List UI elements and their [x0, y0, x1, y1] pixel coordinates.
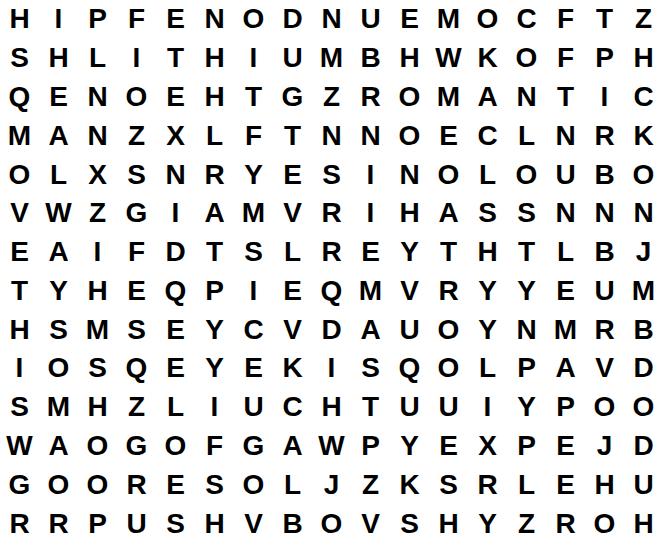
grid-cell[interactable]: S — [117, 155, 156, 194]
grid-cell[interactable]: N — [585, 194, 624, 233]
grid-cell[interactable]: S — [39, 310, 78, 349]
grid-cell[interactable]: Q — [156, 271, 195, 310]
grid-cell[interactable]: Q — [0, 78, 39, 117]
grid-cell[interactable]: I — [234, 271, 273, 310]
grid-cell[interactable]: E — [0, 233, 39, 272]
grid-cell[interactable]: E — [429, 427, 468, 466]
grid-cell[interactable]: S — [429, 465, 468, 504]
grid-cell[interactable]: L — [507, 116, 546, 155]
grid-cell[interactable]: R — [312, 194, 351, 233]
grid-cell[interactable]: N — [78, 78, 117, 117]
grid-cell[interactable]: K — [390, 465, 429, 504]
grid-cell[interactable]: H — [78, 271, 117, 310]
grid-cell[interactable]: N — [312, 116, 351, 155]
grid-cell[interactable]: I — [585, 78, 624, 117]
grid-cell[interactable]: O — [585, 388, 624, 427]
grid-cell[interactable]: N — [156, 155, 195, 194]
grid-cell[interactable]: C — [468, 116, 507, 155]
grid-cell[interactable]: S — [468, 194, 507, 233]
grid-cell[interactable]: C — [234, 310, 273, 349]
grid-cell[interactable]: E — [156, 465, 195, 504]
grid-cell[interactable]: I — [234, 39, 273, 78]
grid-cell[interactable]: R — [468, 465, 507, 504]
grid-cell[interactable]: H — [0, 0, 39, 39]
grid-cell[interactable]: Z — [624, 0, 663, 39]
grid-cell[interactable]: L — [78, 39, 117, 78]
grid-cell[interactable]: P — [507, 427, 546, 466]
grid-cell[interactable]: E — [273, 155, 312, 194]
grid-cell[interactable]: M — [312, 39, 351, 78]
grid-cell[interactable]: E — [546, 427, 585, 466]
grid-cell[interactable]: U — [273, 39, 312, 78]
grid-cell[interactable]: N — [195, 0, 234, 39]
grid-cell[interactable]: I — [351, 155, 390, 194]
grid-cell[interactable]: K — [273, 349, 312, 388]
grid-cell[interactable]: R — [429, 271, 468, 310]
grid-cell[interactable]: M — [429, 78, 468, 117]
grid-cell[interactable]: V — [585, 349, 624, 388]
grid-cell[interactable]: V — [0, 194, 39, 233]
grid-cell[interactable]: N — [546, 116, 585, 155]
grid-cell[interactable]: X — [156, 116, 195, 155]
grid-cell[interactable]: E — [156, 310, 195, 349]
grid-cell[interactable]: X — [468, 427, 507, 466]
grid-cell[interactable]: R — [0, 504, 39, 543]
grid-cell[interactable]: M — [234, 194, 273, 233]
grid-cell[interactable]: U — [546, 155, 585, 194]
grid-cell[interactable]: T — [0, 271, 39, 310]
grid-cell[interactable]: S — [195, 465, 234, 504]
grid-cell[interactable]: L — [468, 349, 507, 388]
grid-cell[interactable]: U — [429, 388, 468, 427]
grid-cell[interactable]: A — [429, 194, 468, 233]
grid-cell[interactable]: F — [546, 39, 585, 78]
grid-cell[interactable]: Z — [117, 116, 156, 155]
grid-cell[interactable]: O — [156, 427, 195, 466]
grid-cell[interactable]: I — [117, 39, 156, 78]
grid-cell[interactable]: R — [195, 155, 234, 194]
grid-cell[interactable]: Y — [234, 155, 273, 194]
grid-cell[interactable]: O — [39, 349, 78, 388]
grid-cell[interactable]: V — [273, 194, 312, 233]
grid-cell[interactable]: G — [234, 427, 273, 466]
grid-cell[interactable]: L — [273, 465, 312, 504]
grid-cell[interactable]: S — [78, 349, 117, 388]
grid-cell[interactable]: O — [39, 465, 78, 504]
grid-cell[interactable]: D — [624, 349, 663, 388]
grid-cell[interactable]: I — [195, 388, 234, 427]
grid-cell[interactable]: P — [78, 0, 117, 39]
grid-cell[interactable]: U — [390, 310, 429, 349]
grid-cell[interactable]: B — [273, 504, 312, 543]
grid-cell[interactable]: N — [624, 194, 663, 233]
grid-cell[interactable]: O — [507, 155, 546, 194]
grid-cell[interactable]: T — [195, 233, 234, 272]
grid-cell[interactable]: Y — [390, 427, 429, 466]
grid-cell[interactable]: O — [78, 465, 117, 504]
grid-cell[interactable]: E — [351, 233, 390, 272]
grid-cell[interactable]: M — [351, 271, 390, 310]
grid-cell[interactable]: O — [624, 388, 663, 427]
grid-cell[interactable]: A — [546, 349, 585, 388]
grid-cell[interactable]: M — [624, 271, 663, 310]
grid-cell[interactable]: T — [351, 388, 390, 427]
grid-cell[interactable]: D — [156, 233, 195, 272]
grid-cell[interactable]: E — [117, 271, 156, 310]
grid-cell[interactable]: E — [546, 271, 585, 310]
grid-cell[interactable]: C — [507, 0, 546, 39]
grid-cell[interactable]: S — [117, 310, 156, 349]
grid-cell[interactable]: Z — [78, 194, 117, 233]
grid-cell[interactable]: H — [390, 39, 429, 78]
grid-cell[interactable]: S — [312, 155, 351, 194]
grid-cell[interactable]: N — [351, 116, 390, 155]
grid-cell[interactable]: F — [117, 233, 156, 272]
grid-cell[interactable]: Y — [468, 310, 507, 349]
grid-cell[interactable]: T — [507, 233, 546, 272]
grid-cell[interactable]: O — [390, 78, 429, 117]
grid-cell[interactable]: L — [39, 155, 78, 194]
grid-cell[interactable]: Y — [468, 504, 507, 543]
grid-cell[interactable]: O — [390, 116, 429, 155]
grid-cell[interactable]: H — [195, 504, 234, 543]
grid-cell[interactable]: S — [156, 504, 195, 543]
grid-cell[interactable]: Y — [195, 349, 234, 388]
grid-cell[interactable]: V — [273, 310, 312, 349]
grid-cell[interactable]: O — [429, 349, 468, 388]
grid-cell[interactable]: M — [0, 116, 39, 155]
grid-cell[interactable]: C — [624, 78, 663, 117]
grid-cell[interactable]: D — [273, 0, 312, 39]
grid-cell[interactable]: O — [507, 39, 546, 78]
grid-cell[interactable]: V — [390, 271, 429, 310]
grid-cell[interactable]: N — [546, 194, 585, 233]
grid-cell[interactable]: W — [312, 427, 351, 466]
grid-cell[interactable]: S — [507, 194, 546, 233]
grid-cell[interactable]: K — [624, 116, 663, 155]
grid-cell[interactable]: U — [234, 388, 273, 427]
grid-cell[interactable]: O — [0, 155, 39, 194]
grid-cell[interactable]: J — [585, 427, 624, 466]
grid-cell[interactable]: I — [39, 0, 78, 39]
grid-cell[interactable]: O — [429, 155, 468, 194]
grid-cell[interactable]: B — [585, 155, 624, 194]
grid-cell[interactable]: H — [39, 39, 78, 78]
grid-cell[interactable]: H — [0, 310, 39, 349]
grid-cell[interactable]: O — [585, 504, 624, 543]
grid-cell[interactable]: E — [234, 349, 273, 388]
grid-cell[interactable]: R — [312, 233, 351, 272]
grid-cell[interactable]: J — [312, 465, 351, 504]
grid-cell[interactable]: P — [78, 504, 117, 543]
grid-cell[interactable]: G — [117, 194, 156, 233]
grid-cell[interactable]: O — [429, 310, 468, 349]
grid-cell[interactable]: E — [546, 465, 585, 504]
grid-cell[interactable]: R — [117, 465, 156, 504]
grid-cell[interactable]: P — [585, 39, 624, 78]
grid-cell[interactable]: R — [546, 504, 585, 543]
grid-cell[interactable]: S — [351, 349, 390, 388]
grid-cell[interactable]: P — [546, 388, 585, 427]
grid-cell[interactable]: T — [585, 0, 624, 39]
grid-cell[interactable]: W — [39, 194, 78, 233]
grid-cell[interactable]: A — [195, 194, 234, 233]
grid-cell[interactable]: K — [468, 39, 507, 78]
grid-cell[interactable]: H — [195, 39, 234, 78]
grid-cell[interactable]: Y — [390, 233, 429, 272]
word-search-board: HIPFENODNUEMOCFTZSHLITHIUMBHWKOFPHQENOEH… — [0, 0, 663, 543]
grid-cell[interactable]: E — [156, 78, 195, 117]
grid-cell[interactable]: E — [273, 271, 312, 310]
grid-cell[interactable]: W — [429, 39, 468, 78]
grid-cell[interactable]: P — [195, 271, 234, 310]
grid-cell[interactable]: I — [156, 194, 195, 233]
grid-cell[interactable]: I — [312, 349, 351, 388]
grid-cell[interactable]: B — [351, 39, 390, 78]
grid-cell[interactable]: L — [156, 388, 195, 427]
grid-cell[interactable]: E — [156, 349, 195, 388]
grid-cell[interactable]: I — [468, 388, 507, 427]
grid-cell[interactable]: R — [351, 78, 390, 117]
grid-cell[interactable]: O — [312, 504, 351, 543]
grid-cell[interactable]: O — [468, 0, 507, 39]
grid-cell[interactable]: F — [546, 0, 585, 39]
grid-cell[interactable]: L — [507, 465, 546, 504]
grid-cell[interactable]: U — [585, 271, 624, 310]
grid-cell[interactable]: B — [585, 233, 624, 272]
grid-cell[interactable]: P — [507, 349, 546, 388]
grid-cell[interactable]: Q — [390, 349, 429, 388]
grid-cell[interactable]: U — [351, 0, 390, 39]
grid-cell[interactable]: Y — [468, 271, 507, 310]
grid-cell[interactable]: G — [117, 427, 156, 466]
grid-cell[interactable]: N — [312, 0, 351, 39]
grid-cell[interactable]: N — [78, 116, 117, 155]
grid-cell[interactable]: I — [0, 349, 39, 388]
grid-cell[interactable]: S — [390, 504, 429, 543]
grid-cell[interactable]: M — [39, 388, 78, 427]
grid-cell[interactable]: T — [156, 39, 195, 78]
grid-cell[interactable]: E — [39, 78, 78, 117]
grid-cell[interactable]: U — [390, 388, 429, 427]
grid-cell[interactable]: V — [351, 504, 390, 543]
grid-cell[interactable]: Q — [117, 349, 156, 388]
grid-cell[interactable]: L — [546, 233, 585, 272]
grid-cell[interactable]: T — [234, 78, 273, 117]
grid-cell[interactable]: N — [507, 78, 546, 117]
grid-cell[interactable]: O — [234, 0, 273, 39]
grid-cell[interactable]: L — [195, 116, 234, 155]
grid-cell[interactable]: L — [273, 233, 312, 272]
grid-cell[interactable]: A — [39, 427, 78, 466]
grid-cell[interactable]: G — [0, 465, 39, 504]
grid-cell[interactable]: F — [195, 427, 234, 466]
grid-cell[interactable]: H — [429, 504, 468, 543]
grid-cell[interactable]: N — [390, 155, 429, 194]
grid-cell[interactable]: N — [507, 310, 546, 349]
grid-cell[interactable]: T — [429, 233, 468, 272]
grid-cell[interactable]: R — [585, 310, 624, 349]
grid-cell[interactable]: H — [312, 388, 351, 427]
grid-cell[interactable]: Y — [39, 271, 78, 310]
grid-cell[interactable]: S — [234, 233, 273, 272]
grid-cell[interactable]: E — [429, 116, 468, 155]
grid-cell[interactable]: C — [273, 388, 312, 427]
grid-cell[interactable]: R — [39, 504, 78, 543]
grid-cell[interactable]: O — [117, 78, 156, 117]
grid-cell[interactable]: A — [39, 116, 78, 155]
grid-cell[interactable]: Z — [117, 388, 156, 427]
grid-cell[interactable]: H — [624, 504, 663, 543]
grid-cell[interactable]: M — [78, 310, 117, 349]
grid-cell[interactable]: P — [351, 427, 390, 466]
grid-cell[interactable]: H — [468, 233, 507, 272]
grid-cell[interactable]: A — [468, 78, 507, 117]
grid-cell[interactable]: T — [273, 116, 312, 155]
grid-cell[interactable]: H — [585, 465, 624, 504]
grid-cell[interactable]: H — [195, 78, 234, 117]
grid-cell[interactable]: X — [78, 155, 117, 194]
grid-cell[interactable]: Z — [312, 78, 351, 117]
grid-cell[interactable]: A — [273, 427, 312, 466]
grid-cell[interactable]: U — [117, 504, 156, 543]
grid-cell[interactable]: M — [546, 310, 585, 349]
grid-cell[interactable]: Q — [312, 271, 351, 310]
grid-cell[interactable]: I — [351, 194, 390, 233]
grid-cell[interactable]: D — [312, 310, 351, 349]
grid-cell[interactable]: L — [468, 155, 507, 194]
grid-cell[interactable]: F — [234, 116, 273, 155]
grid-cell[interactable]: Z — [507, 504, 546, 543]
grid-cell[interactable]: S — [0, 39, 39, 78]
grid-cell[interactable]: Y — [507, 271, 546, 310]
grid-cell[interactable]: B — [624, 310, 663, 349]
grid-cell[interactable]: E — [156, 0, 195, 39]
grid-cell[interactable]: M — [429, 0, 468, 39]
grid-cell[interactable]: H — [78, 388, 117, 427]
grid-cell[interactable]: O — [624, 155, 663, 194]
grid-cell[interactable]: Y — [195, 310, 234, 349]
grid-cell[interactable]: O — [234, 465, 273, 504]
grid-cell[interactable]: T — [546, 78, 585, 117]
grid-cell[interactable]: H — [390, 194, 429, 233]
grid-cell[interactable]: S — [0, 388, 39, 427]
grid-cell[interactable]: W — [0, 427, 39, 466]
grid-cell[interactable]: O — [78, 427, 117, 466]
grid-cell[interactable]: F — [117, 0, 156, 39]
grid-cell[interactable]: A — [351, 310, 390, 349]
grid-cell[interactable]: I — [78, 233, 117, 272]
grid-cell[interactable]: R — [585, 116, 624, 155]
grid-cell[interactable]: V — [234, 504, 273, 543]
grid-cell[interactable]: H — [624, 39, 663, 78]
grid-cell[interactable]: A — [39, 233, 78, 272]
grid-cell[interactable]: G — [273, 78, 312, 117]
grid-cell[interactable]: E — [390, 0, 429, 39]
grid-cell[interactable]: Z — [351, 465, 390, 504]
grid-cell[interactable]: U — [624, 465, 663, 504]
grid-cell[interactable]: D — [624, 427, 663, 466]
grid-cell[interactable]: J — [624, 233, 663, 272]
grid-cell[interactable]: Y — [507, 388, 546, 427]
